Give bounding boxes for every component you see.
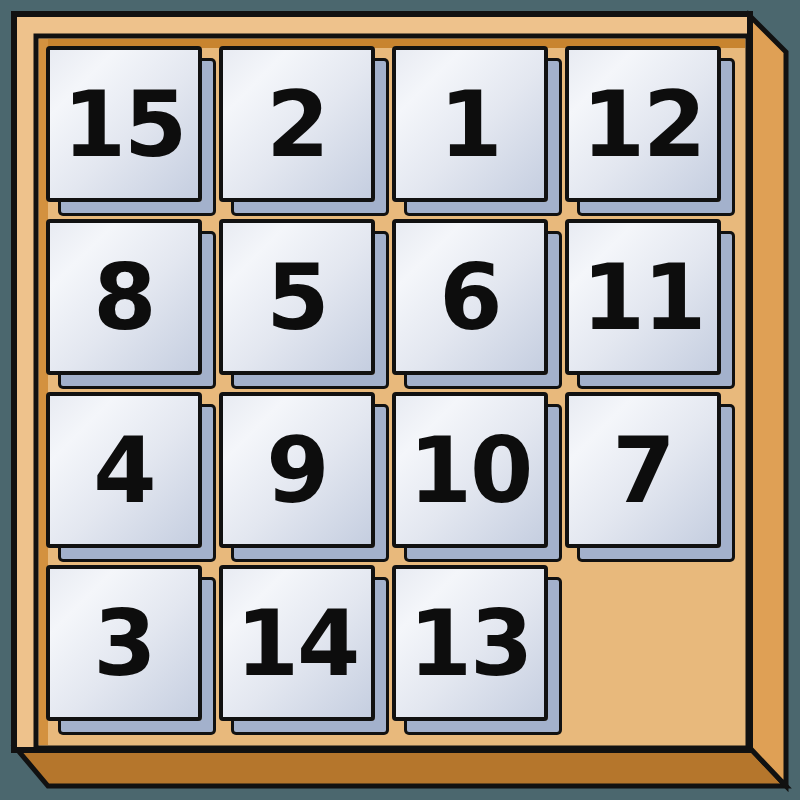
tile-5[interactable]: 5 [219, 219, 375, 375]
cell-r4c1: 3 [44, 563, 217, 736]
tile-1[interactable]: 1 [392, 46, 548, 202]
frame-bottom-face [16, 748, 786, 786]
tile-10[interactable]: 10 [392, 392, 548, 548]
tile-number: 13 [409, 598, 532, 689]
tile-number: 1 [439, 79, 500, 170]
tile-number: 3 [93, 598, 154, 689]
scene: 15 2 1 12 8 5 [0, 0, 800, 800]
tile-number: 5 [266, 252, 327, 343]
cell-r1c2: 2 [217, 44, 390, 217]
tile-9[interactable]: 9 [219, 392, 375, 548]
cell-r4c2: 14 [217, 563, 390, 736]
cell-r4c3: 13 [390, 563, 563, 736]
tile-number: 7 [612, 425, 673, 516]
tile-number: 12 [582, 79, 705, 170]
cell-r3c1: 4 [44, 390, 217, 563]
tile-number: 15 [63, 79, 186, 170]
tile-13[interactable]: 13 [392, 565, 548, 721]
frame-right-face [750, 16, 786, 786]
cell-r2c3: 6 [390, 217, 563, 390]
tile-3[interactable]: 3 [46, 565, 202, 721]
tile-14[interactable]: 14 [219, 565, 375, 721]
cell-r1c4: 12 [563, 44, 736, 217]
cell-r3c3: 10 [390, 390, 563, 563]
tile-number: 14 [236, 598, 359, 689]
tile-number: 9 [266, 425, 327, 516]
cell-r1c3: 1 [390, 44, 563, 217]
tile-2[interactable]: 2 [219, 46, 375, 202]
tile-number: 8 [93, 252, 154, 343]
tile-4[interactable]: 4 [46, 392, 202, 548]
tile-number: 10 [409, 425, 532, 516]
tile-11[interactable]: 11 [565, 219, 721, 375]
cell-r4c4 [563, 563, 736, 736]
tile-number: 4 [93, 425, 154, 516]
cell-r2c4: 11 [563, 217, 736, 390]
tile-12[interactable]: 12 [565, 46, 721, 202]
cell-r3c2: 9 [217, 390, 390, 563]
tile-8[interactable]: 8 [46, 219, 202, 375]
cell-r1c1: 15 [44, 44, 217, 217]
puzzle-grid: 15 2 1 12 8 5 [44, 44, 736, 736]
tile-number: 6 [439, 252, 500, 343]
tile-number: 2 [266, 79, 327, 170]
tile-number: 11 [582, 252, 705, 343]
tile-7[interactable]: 7 [565, 392, 721, 548]
tile-15[interactable]: 15 [46, 46, 202, 202]
empty-slot [563, 563, 736, 736]
cell-r3c4: 7 [563, 390, 736, 563]
cell-r2c1: 8 [44, 217, 217, 390]
tile-6[interactable]: 6 [392, 219, 548, 375]
cell-r2c2: 5 [217, 217, 390, 390]
